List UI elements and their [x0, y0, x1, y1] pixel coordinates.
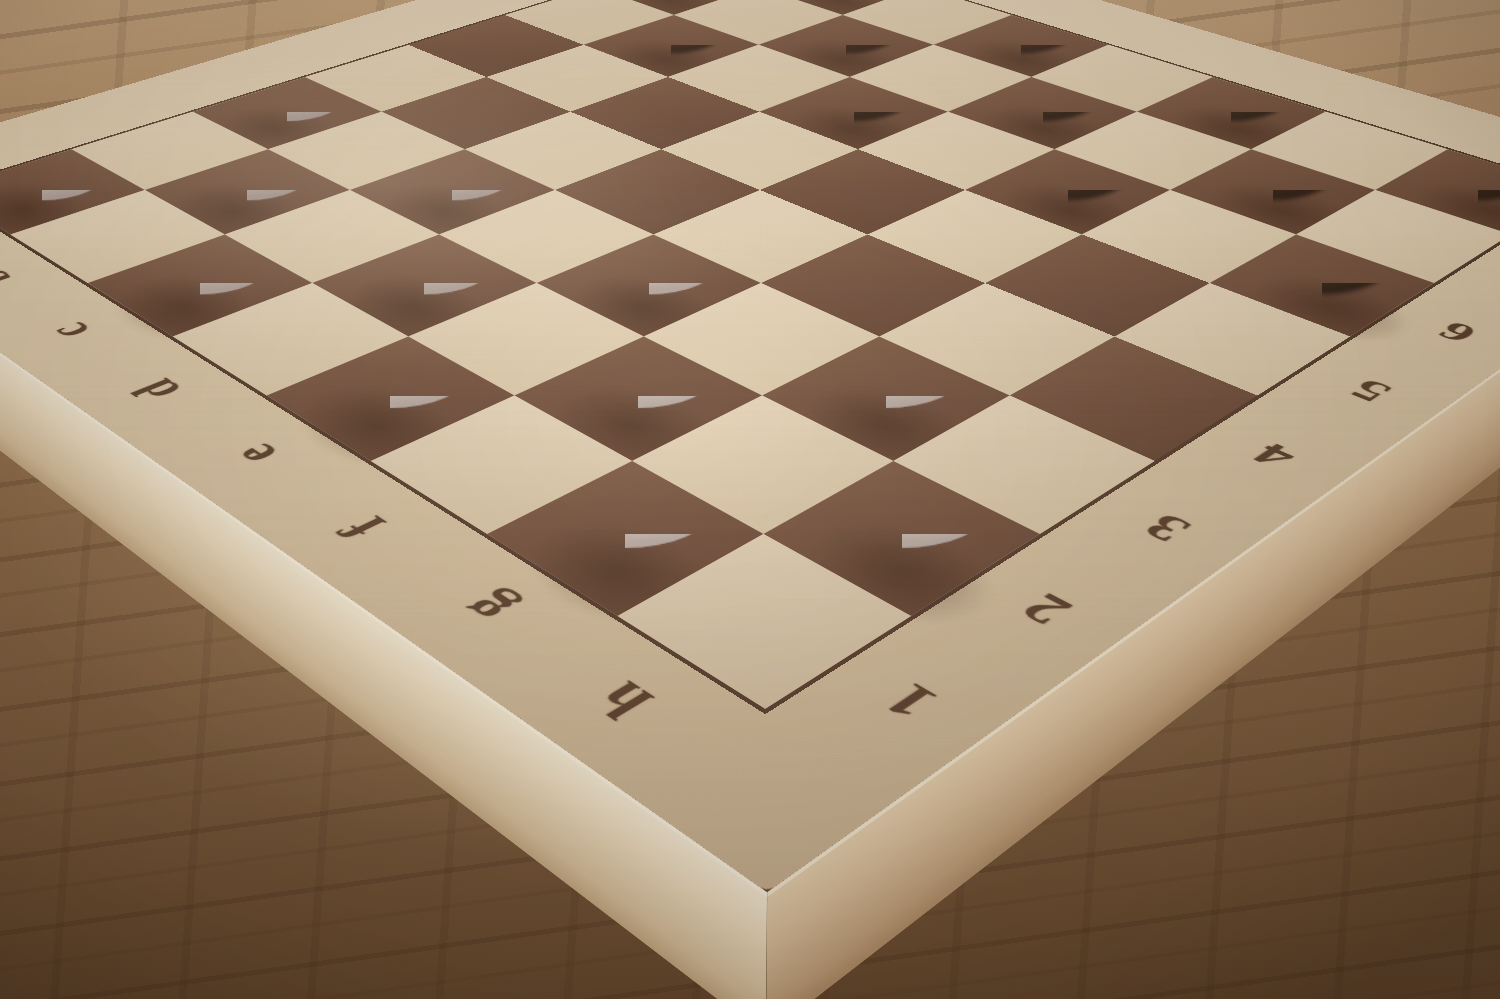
piece-top-rings [1210, 112, 1336, 166]
piece-wood-texture [184, 112, 310, 200]
piece-dark-h8[interactable] [1415, 112, 1500, 200]
piece-white-c1[interactable] [131, 198, 269, 294]
piece-wood-texture [131, 198, 269, 294]
photo-scene: abcdefgh12345678 [0, 0, 1500, 999]
piece-white-e1[interactable] [315, 301, 467, 407]
piece-wood-texture [355, 198, 493, 294]
piece-top-rings [1005, 112, 1131, 166]
piece-dark-h6[interactable] [1253, 198, 1391, 294]
piece-dark-f8[interactable] [1173, 40, 1289, 121]
piece-wood-texture [984, 40, 1100, 121]
piece-top-rings [315, 301, 467, 366]
piece-dark-f6[interactable] [1005, 112, 1131, 200]
piece-wood-texture [817, 429, 987, 548]
piece-white-b2[interactable] [184, 112, 310, 200]
piece-dark-e7[interactable] [984, 40, 1100, 121]
piece-wood-texture [389, 112, 515, 200]
piece-wood-texture [810, 301, 962, 407]
piece-white-f2[interactable] [562, 301, 714, 407]
piece-top-rings [580, 198, 718, 257]
piece-top-rings [389, 112, 515, 166]
piece-wood-texture [796, 40, 912, 121]
piece-top-rings [229, 40, 345, 90]
piece-wood-texture [1005, 112, 1131, 200]
piece-top-rings [796, 40, 912, 90]
piece-white-h2[interactable] [817, 429, 987, 548]
piece-wood-texture [229, 40, 345, 121]
piece-white-g3[interactable] [810, 301, 962, 407]
piece-white-a1[interactable] [0, 112, 105, 200]
piece-top-rings [810, 301, 962, 366]
piece-white-g1[interactable] [540, 429, 710, 548]
piece-white-e3[interactable] [580, 198, 718, 294]
piece-wood-texture [0, 112, 105, 200]
piece-wood-texture [1253, 198, 1391, 294]
piece-top-rings [817, 429, 987, 502]
piece-top-rings [984, 40, 1100, 90]
piece-wood-texture [315, 301, 467, 407]
piece-top-rings [562, 301, 714, 366]
piece-dark-g7[interactable] [1210, 112, 1336, 200]
piece-top-rings [355, 198, 493, 257]
piece-wood-texture [1415, 112, 1500, 200]
piece-top-rings [540, 429, 710, 502]
piece-wood-texture [540, 429, 710, 548]
piece-wood-texture [1173, 40, 1289, 121]
piece-top-rings [184, 112, 310, 166]
piece-top-rings [131, 198, 269, 257]
piece-top-rings [1253, 198, 1391, 257]
piece-white-a3[interactable] [229, 40, 345, 121]
piece-wood-texture [562, 301, 714, 407]
piece-white-d2[interactable] [355, 198, 493, 294]
piece-top-rings [1173, 40, 1289, 90]
piece-white-c3[interactable] [389, 112, 515, 200]
piece-wood-texture [580, 198, 718, 294]
piece-dark-d6[interactable] [796, 40, 912, 121]
piece-wood-texture [1210, 112, 1336, 200]
